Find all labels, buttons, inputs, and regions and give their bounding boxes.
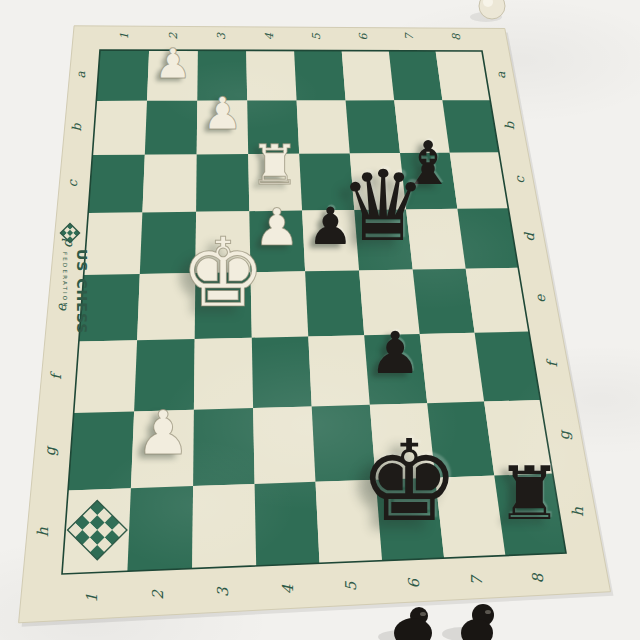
chess-board: 1122334455667788aabbccddeeffgghhUS CHESS… [0,0,640,640]
us-chess-federation-text: FEDERATION [62,252,68,309]
file-label-right-e: e [532,294,548,303]
rank-label-top-4: 4 [263,32,276,40]
rank-label-bottom-1: 1 [83,593,101,603]
rank-label-bottom-2: 2 [149,589,167,600]
table-surface: 1122334455667788aabbccddeeffgghhUS CHESS… [0,0,640,640]
square-d1[interactable] [84,212,143,275]
rank-label-top-3: 3 [215,32,228,40]
file-label-left-c: c [65,179,80,187]
file-label-left-a: a [74,71,88,79]
rank-label-top-5: 5 [310,32,323,40]
square-a1[interactable] [96,50,149,101]
square-b1[interactable] [92,101,147,155]
piece-black-rook-h8[interactable]: ♜ [485,456,574,530]
square-c2[interactable] [142,154,196,212]
file-label-left-h: h [34,527,52,537]
rank-label-bottom-8: 8 [529,572,547,583]
rank-label-top-1: 1 [118,33,131,40]
piece-black-king-h6[interactable]: ♚ [342,425,477,538]
rank-label-top-8: 8 [450,33,463,41]
offboard-black-piece-2[interactable] [461,604,494,640]
rank-label-bottom-3: 3 [214,586,232,597]
piece-white-pawn-g2[interactable]: ♟ [126,402,199,463]
square-c1[interactable] [88,155,145,213]
square-a7[interactable] [389,51,443,101]
square-a8[interactable] [436,51,491,100]
piece-black-pawn-f6[interactable]: ♟ [361,325,430,383]
us-chess-wordmark: US CHESS [74,249,90,334]
piece-black-queen-d6[interactable]: ♛ [324,158,441,256]
file-label-right-c: c [512,175,527,183]
piece-white-pawn-a2[interactable]: ♟ [148,43,198,85]
piece-white-pawn-b3[interactable]: ♟ [195,92,249,137]
file-label-left-b: b [69,123,84,132]
file-label-right-b: b [502,121,517,130]
rank-label-bottom-5: 5 [342,580,360,591]
square-a6[interactable] [342,51,395,101]
rank-label-bottom-4: 4 [279,584,297,594]
piece-white-rook-c4[interactable]: ♜ [242,138,308,193]
offboard-black-piece-1[interactable] [394,607,432,640]
rank-label-top-6: 6 [357,32,370,40]
rank-label-bottom-6: 6 [405,578,423,589]
file-label-right-a: a [494,71,508,79]
piece-white-king-e3[interactable]: ♚ [166,226,281,322]
